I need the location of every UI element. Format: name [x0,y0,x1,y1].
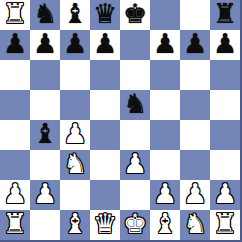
black-pawn[interactable]: ♟ [33,30,57,59]
square-a7[interactable]: ♟ [0,30,30,60]
black-pawn[interactable]: ♟ [63,30,87,59]
white-pawn[interactable]: ♟ [153,180,177,209]
black-knight[interactable]: ♞ [33,0,57,29]
square-e3[interactable]: ♟ [120,150,150,180]
square-g3[interactable] [180,150,210,180]
square-b7[interactable]: ♟ [30,30,60,60]
white-pawn[interactable]: ♟ [3,180,27,209]
square-e5[interactable]: ♞ [120,90,150,120]
square-f8[interactable] [150,0,180,30]
square-f3[interactable] [150,150,180,180]
square-b6[interactable] [30,60,60,90]
square-b8[interactable]: ♞ [30,0,60,30]
square-c6[interactable] [60,60,90,90]
black-bishop[interactable]: ♝ [63,0,87,29]
square-d7[interactable]: ♟ [90,30,120,60]
square-g2[interactable]: ♟ [180,180,210,210]
square-f6[interactable] [150,60,180,90]
white-knight[interactable]: ♞ [183,210,207,239]
square-d5[interactable] [90,90,120,120]
black-pawn[interactable]: ♟ [3,30,27,59]
square-d6[interactable] [90,60,120,90]
square-h3[interactable] [210,150,240,180]
square-e4[interactable] [120,120,150,150]
square-e7[interactable] [120,30,150,60]
square-b3[interactable] [30,150,60,180]
square-a3[interactable] [0,150,30,180]
white-queen[interactable]: ♛ [93,210,117,239]
black-pawn[interactable]: ♟ [213,30,237,59]
square-h5[interactable] [210,90,240,120]
square-c5[interactable] [60,90,90,120]
black-knight[interactable]: ♞ [123,90,147,119]
black-rook[interactable]: ♜ [213,0,237,29]
white-bishop[interactable]: ♝ [153,210,177,239]
white-pawn[interactable]: ♟ [213,180,237,209]
square-f2[interactable]: ♟ [150,180,180,210]
square-d1[interactable]: ♛ [90,210,120,240]
square-h8[interactable]: ♜ [210,0,240,30]
square-c7[interactable]: ♟ [60,30,90,60]
square-g5[interactable] [180,90,210,120]
square-b5[interactable] [30,90,60,120]
square-h6[interactable] [210,60,240,90]
square-b1[interactable] [30,210,60,240]
square-b4[interactable]: ♝ [30,120,60,150]
square-g4[interactable] [180,120,210,150]
white-bishop[interactable]: ♝ [63,210,87,239]
square-b2[interactable]: ♟ [30,180,60,210]
square-e8[interactable]: ♚ [120,0,150,30]
chessboard-frame: ♜♞♝♛♚♜♟♟♟♟♟♟♟♞♝♟♞♟♟♟♟♟♟♜♝♛♚♝♞♜ [0,0,242,242]
black-bishop[interactable]: ♝ [33,120,57,149]
square-g1[interactable]: ♞ [180,210,210,240]
square-a8[interactable]: ♜ [0,0,30,30]
square-c4[interactable]: ♟ [60,120,90,150]
square-d3[interactable] [90,150,120,180]
square-e2[interactable] [120,180,150,210]
black-pawn[interactable]: ♟ [183,30,207,59]
square-g7[interactable]: ♟ [180,30,210,60]
white-pawn[interactable]: ♟ [63,120,87,149]
white-pawn[interactable]: ♟ [183,180,207,209]
black-pawn[interactable]: ♟ [153,30,177,59]
square-h7[interactable]: ♟ [210,30,240,60]
square-f4[interactable] [150,120,180,150]
square-h1[interactable]: ♜ [210,210,240,240]
square-a2[interactable]: ♟ [0,180,30,210]
white-pawn[interactable]: ♟ [123,150,147,179]
square-c8[interactable]: ♝ [60,0,90,30]
square-c1[interactable]: ♝ [60,210,90,240]
square-a4[interactable] [0,120,30,150]
square-d2[interactable] [90,180,120,210]
white-rook[interactable]: ♜ [3,210,27,239]
square-h4[interactable] [210,120,240,150]
square-g8[interactable] [180,0,210,30]
square-a6[interactable] [0,60,30,90]
square-d4[interactable] [90,120,120,150]
square-f7[interactable]: ♟ [150,30,180,60]
white-rook[interactable]: ♜ [213,210,237,239]
white-knight[interactable]: ♞ [63,150,87,179]
black-king[interactable]: ♚ [123,0,147,29]
white-pawn[interactable]: ♟ [33,180,57,209]
white-rook[interactable]: ♜ [3,0,27,29]
chessboard: ♜♞♝♛♚♜♟♟♟♟♟♟♟♞♝♟♞♟♟♟♟♟♟♜♝♛♚♝♞♜ [0,0,240,240]
square-h2[interactable]: ♟ [210,180,240,210]
square-f5[interactable] [150,90,180,120]
black-pawn[interactable]: ♟ [93,30,117,59]
black-queen[interactable]: ♛ [93,0,117,29]
square-e6[interactable] [120,60,150,90]
square-f1[interactable]: ♝ [150,210,180,240]
square-a5[interactable] [0,90,30,120]
square-a1[interactable]: ♜ [0,210,30,240]
white-king[interactable]: ♚ [123,210,147,239]
square-e1[interactable]: ♚ [120,210,150,240]
square-c2[interactable] [60,180,90,210]
square-g6[interactable] [180,60,210,90]
square-d8[interactable]: ♛ [90,0,120,30]
square-c3[interactable]: ♞ [60,150,90,180]
